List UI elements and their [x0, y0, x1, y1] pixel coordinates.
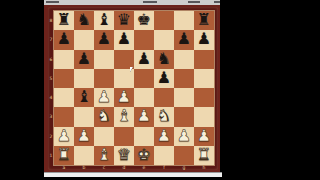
square-h8[interactable]: ♜	[194, 11, 214, 30]
square-a6[interactable]	[54, 50, 74, 69]
square-f6[interactable]: ♞	[154, 50, 174, 69]
square-d3[interactable]: ♝	[114, 107, 134, 126]
square-e7[interactable]	[134, 30, 154, 49]
file-label-d: d	[114, 166, 134, 171]
piece-white-queen: ♛	[114, 145, 134, 165]
piece-black-knight: ♞	[154, 49, 174, 69]
piece-white-pawn: ♟	[174, 126, 194, 146]
square-b3[interactable]	[74, 107, 94, 126]
file-label-g: g	[174, 166, 194, 171]
rank-label-3: 3	[48, 107, 54, 126]
rank-label-7: 7	[48, 30, 54, 49]
square-g8[interactable]	[174, 11, 194, 30]
piece-white-bishop: ♝	[114, 106, 134, 126]
square-h6[interactable]	[194, 50, 214, 69]
square-f8[interactable]	[154, 11, 174, 30]
square-g5[interactable]	[174, 69, 194, 88]
window-statusbar	[44, 172, 222, 177]
mouse-cursor	[130, 67, 133, 72]
square-d2[interactable]	[114, 127, 134, 146]
square-e4[interactable]	[134, 88, 154, 107]
screenshot-stage: ♜♞♝♛♚♜♟♟♟♟♟♟♟♞♟♝♟♟♞♝♟♞♟♟♟♟♟♜♝♛♚♜ 8765432…	[0, 0, 320, 180]
square-e3[interactable]: ♟	[134, 107, 154, 126]
piece-black-pawn: ♟	[154, 68, 174, 88]
piece-black-pawn: ♟	[114, 29, 134, 49]
square-f7[interactable]	[154, 30, 174, 49]
file-label-e: e	[134, 166, 154, 171]
piece-black-king: ♚	[134, 10, 154, 30]
square-e8[interactable]: ♚	[134, 11, 154, 30]
piece-white-pawn: ♟	[154, 126, 174, 146]
square-f3[interactable]: ♞	[154, 107, 174, 126]
piece-white-rook: ♜	[54, 145, 74, 165]
square-h2[interactable]: ♟	[194, 127, 214, 146]
file-label-c: c	[94, 166, 114, 171]
square-b5[interactable]	[74, 69, 94, 88]
rank-label-6: 6	[48, 50, 54, 69]
square-c7[interactable]: ♟	[94, 30, 114, 49]
rank-label-2: 2	[48, 127, 54, 146]
rank-label-1: 1	[48, 146, 54, 165]
square-f5[interactable]: ♟	[154, 69, 174, 88]
square-e1[interactable]: ♚	[134, 146, 154, 165]
piece-white-pawn: ♟	[194, 126, 214, 146]
rank-label-5: 5	[48, 69, 54, 88]
square-a3[interactable]	[54, 107, 74, 126]
piece-white-bishop: ♝	[94, 145, 114, 165]
square-b2[interactable]: ♟	[74, 127, 94, 146]
square-d6[interactable]	[114, 50, 134, 69]
square-d1[interactable]: ♛	[114, 146, 134, 165]
file-label-b: b	[74, 166, 94, 171]
piece-white-king: ♚	[134, 145, 154, 165]
file-label-f: f	[154, 166, 174, 171]
titlebar-text-fragment	[188, 1, 200, 3]
square-e6[interactable]: ♟	[134, 50, 154, 69]
piece-white-knight: ♞	[94, 106, 114, 126]
square-d4[interactable]: ♟	[114, 88, 134, 107]
square-h1[interactable]: ♜	[194, 146, 214, 165]
square-g4[interactable]	[174, 88, 194, 107]
piece-white-pawn: ♟	[74, 126, 94, 146]
rank-label-4: 4	[48, 88, 54, 107]
square-h7[interactable]: ♟	[194, 30, 214, 49]
piece-white-pawn: ♟	[134, 106, 154, 126]
file-label-h: h	[194, 166, 214, 171]
chess-board: ♜♞♝♛♚♜♟♟♟♟♟♟♟♞♟♝♟♟♞♝♟♞♟♟♟♟♟♜♝♛♚♜	[54, 11, 214, 165]
piece-black-bishop: ♝	[74, 87, 94, 107]
square-a5[interactable]	[54, 69, 74, 88]
titlebar-text-fragment	[143, 1, 157, 3]
titlebar-text-fragment	[214, 1, 220, 3]
square-g1[interactable]	[174, 146, 194, 165]
piece-white-knight: ♞	[154, 106, 174, 126]
piece-black-bishop: ♝	[94, 10, 114, 30]
square-c6[interactable]	[94, 50, 114, 69]
piece-white-pawn: ♟	[54, 126, 74, 146]
square-h3[interactable]	[194, 107, 214, 126]
piece-black-pawn: ♟	[94, 29, 114, 49]
piece-black-pawn: ♟	[174, 29, 194, 49]
square-a1[interactable]: ♜	[54, 146, 74, 165]
piece-black-queen: ♛	[114, 10, 134, 30]
square-b1[interactable]	[74, 146, 94, 165]
piece-black-rook: ♜	[54, 10, 74, 30]
square-g2[interactable]: ♟	[174, 127, 194, 146]
square-b6[interactable]: ♟	[74, 50, 94, 69]
piece-white-pawn: ♟	[114, 87, 134, 107]
piece-white-pawn: ♟	[94, 87, 114, 107]
square-g7[interactable]: ♟	[174, 30, 194, 49]
square-e5[interactable]	[134, 69, 154, 88]
piece-white-rook: ♜	[194, 145, 214, 165]
square-h5[interactable]	[194, 69, 214, 88]
square-d8[interactable]: ♛	[114, 11, 134, 30]
square-h4[interactable]	[194, 88, 214, 107]
square-c3[interactable]: ♞	[94, 107, 114, 126]
square-b4[interactable]: ♝	[74, 88, 94, 107]
square-c8[interactable]: ♝	[94, 11, 114, 30]
titlebar-text-fragment	[46, 1, 59, 3]
square-d7[interactable]: ♟	[114, 30, 134, 49]
square-b8[interactable]: ♞	[74, 11, 94, 30]
square-e2[interactable]	[134, 127, 154, 146]
square-f1[interactable]	[154, 146, 174, 165]
square-a4[interactable]	[54, 88, 74, 107]
piece-black-pawn: ♟	[194, 29, 214, 49]
square-c1[interactable]: ♝	[94, 146, 114, 165]
piece-black-knight: ♞	[74, 10, 94, 30]
square-g3[interactable]	[174, 107, 194, 126]
square-a2[interactable]: ♟	[54, 127, 74, 146]
square-a7[interactable]: ♟	[54, 30, 74, 49]
piece-black-rook: ♜	[194, 10, 214, 30]
rank-label-8: 8	[48, 11, 54, 30]
square-f2[interactable]: ♟	[154, 127, 174, 146]
square-a8[interactable]: ♜	[54, 11, 74, 30]
board-surround: ♜♞♝♛♚♜♟♟♟♟♟♟♟♞♟♝♟♟♞♝♟♞♟♟♟♟♟♜♝♛♚♜ 8765432…	[44, 5, 220, 172]
piece-black-pawn: ♟	[54, 29, 74, 49]
square-c5[interactable]	[94, 69, 114, 88]
piece-black-pawn: ♟	[134, 49, 154, 69]
square-g6[interactable]	[174, 50, 194, 69]
square-c2[interactable]	[94, 127, 114, 146]
square-b7[interactable]	[74, 30, 94, 49]
piece-black-pawn: ♟	[74, 49, 94, 69]
file-label-a: a	[54, 166, 74, 171]
square-f4[interactable]	[154, 88, 174, 107]
square-c4[interactable]: ♟	[94, 88, 114, 107]
